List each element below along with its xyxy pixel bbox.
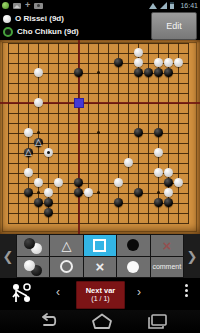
black-stone[interactable] <box>24 188 33 197</box>
status-right-icons: 16:41 <box>148 1 198 10</box>
black-stone[interactable] <box>154 198 163 207</box>
white-stone[interactable] <box>134 48 143 57</box>
signal-icon <box>160 2 167 9</box>
star-point <box>97 131 100 134</box>
wifi-icon <box>149 3 157 9</box>
player-white-row: O Rissei (9d) <box>3 12 64 25</box>
white-stone[interactable] <box>164 58 173 67</box>
triangle-icon: △ <box>62 239 72 252</box>
white-stone-icon <box>24 260 35 271</box>
white-stone[interactable] <box>44 148 53 157</box>
white-stone[interactable] <box>44 188 53 197</box>
game-header: O Rissei (9d) Cho Chikun (9d) Edit <box>0 11 200 40</box>
game-tree-icon[interactable] <box>8 282 36 306</box>
white-stone[interactable] <box>24 128 33 137</box>
gallery-icon <box>13 3 21 9</box>
delete-x-icon: × <box>162 238 171 253</box>
camera-icon <box>34 3 43 9</box>
black-stone-icon <box>24 238 35 249</box>
black-stone[interactable] <box>74 68 83 77</box>
white-stone[interactable] <box>124 158 133 167</box>
prev-move-button[interactable]: ‹ <box>56 285 60 299</box>
player-black-row: Cho Chikun (9d) <box>3 25 79 38</box>
tool-circle-mark[interactable] <box>50 257 82 278</box>
tool-x-mark[interactable]: × <box>84 257 116 278</box>
tool-grid: △ × × comm <box>17 235 183 277</box>
white-stone[interactable] <box>174 58 183 67</box>
edit-toolbar: ❮ △ × <box>0 234 200 278</box>
black-stone[interactable] <box>74 188 83 197</box>
white-stone[interactable] <box>34 178 43 187</box>
black-stone[interactable]: △ <box>34 138 43 147</box>
star-point <box>37 191 40 194</box>
white-stone[interactable] <box>134 58 143 67</box>
wifi-signal-battery-icons <box>148 1 178 10</box>
star-point <box>97 71 100 74</box>
white-stone[interactable] <box>174 178 183 187</box>
edit-button[interactable]: Edit <box>151 12 197 40</box>
black-stone[interactable] <box>134 68 143 77</box>
player-white-name: O Rissei (9d) <box>15 14 64 23</box>
star-point <box>157 191 160 194</box>
next-var-count: (1 / 1) <box>91 295 109 303</box>
overflow-menu-icon[interactable] <box>185 284 188 297</box>
star-point <box>37 131 40 134</box>
black-stone[interactable] <box>74 178 83 187</box>
black-stone-icon <box>3 27 13 37</box>
white-stone[interactable] <box>114 178 123 187</box>
black-stone[interactable] <box>134 188 143 197</box>
board-cursor <box>75 99 83 107</box>
tool-comment[interactable]: comment <box>151 257 183 278</box>
black-stone[interactable] <box>134 128 143 137</box>
player-black-name: Cho Chikun (9d) <box>17 27 79 36</box>
crosshair-horizontal <box>0 102 200 104</box>
black-stone[interactable] <box>44 198 53 207</box>
clock: 16:41 <box>180 2 198 9</box>
white-stone[interactable] <box>54 178 63 187</box>
back-button[interactable] <box>36 313 60 330</box>
black-stone[interactable] <box>154 128 163 137</box>
tool-place-white-stone[interactable] <box>17 257 49 278</box>
black-stone[interactable] <box>164 198 173 207</box>
plus-icon: + <box>25 2 30 9</box>
star-point <box>97 191 100 194</box>
next-var-label: Next var <box>86 287 116 295</box>
android-status-bar: + 16:41 <box>0 0 200 11</box>
next-move-button[interactable]: › <box>137 285 141 299</box>
dot-mark <box>47 151 50 154</box>
tool-triangle-mark[interactable]: △ <box>50 235 82 256</box>
navigation-controls: ‹ Next var (1 / 1) › <box>0 278 200 310</box>
black-stone[interactable]: △ <box>24 148 33 157</box>
circle-icon <box>60 260 73 273</box>
toolbar-prev-chevron[interactable]: ❮ <box>0 234 16 278</box>
white-dot-icon <box>127 261 139 273</box>
white-stone[interactable] <box>24 168 33 177</box>
black-stone[interactable] <box>164 178 173 187</box>
app-screen: { "app": "go-game-recorder", "status_bar… <box>0 0 200 333</box>
white-stone[interactable] <box>164 168 173 177</box>
tool-delete-mark[interactable]: × <box>151 235 183 256</box>
recents-button[interactable] <box>146 313 170 330</box>
white-stone-icon <box>3 15 11 23</box>
white-stone[interactable] <box>34 98 43 107</box>
black-stone[interactable] <box>114 198 123 207</box>
white-stone[interactable] <box>164 188 173 197</box>
black-stone[interactable] <box>144 68 153 77</box>
black-stone[interactable] <box>154 68 163 77</box>
black-dot-icon <box>127 239 139 251</box>
black-stone[interactable] <box>114 58 123 67</box>
black-stone[interactable] <box>164 68 173 77</box>
next-variation-button[interactable]: Next var (1 / 1) <box>76 281 125 309</box>
status-left-icons: + <box>2 1 43 10</box>
tool-white-circle[interactable] <box>117 257 149 278</box>
triangle-mark: △ <box>25 148 32 157</box>
x-icon: × <box>96 259 105 274</box>
white-stone[interactable] <box>154 148 163 157</box>
triangle-mark: △ <box>35 138 42 147</box>
square-icon <box>93 239 106 252</box>
android-nav-bar <box>0 310 200 333</box>
black-stone[interactable] <box>44 208 53 217</box>
white-stone[interactable] <box>84 188 93 197</box>
tool-square-mark[interactable] <box>84 235 116 256</box>
toolbar-next-chevron[interactable]: ❯ <box>184 234 200 278</box>
tool-place-black-stone[interactable] <box>17 235 49 256</box>
white-stone[interactable] <box>154 168 163 177</box>
white-stone[interactable] <box>154 58 163 67</box>
app-icon <box>2 2 9 9</box>
comment-label: comment <box>152 263 181 270</box>
home-button[interactable] <box>90 313 114 330</box>
white-stone[interactable] <box>34 68 43 77</box>
tool-black-circle[interactable] <box>117 235 149 256</box>
go-board[interactable]: △△ <box>0 40 200 234</box>
black-stone[interactable] <box>34 198 43 207</box>
